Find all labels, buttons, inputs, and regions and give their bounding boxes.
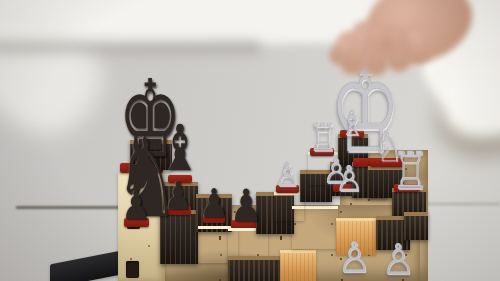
photo-scene: ♚♞♝♟♟♟♟♔♗♖♖♘♙♙♙♙♙	[0, 0, 500, 281]
player-hand	[0, 0, 500, 281]
knuckle-shading	[352, 28, 424, 60]
sleeve-cuff	[442, 62, 500, 137]
